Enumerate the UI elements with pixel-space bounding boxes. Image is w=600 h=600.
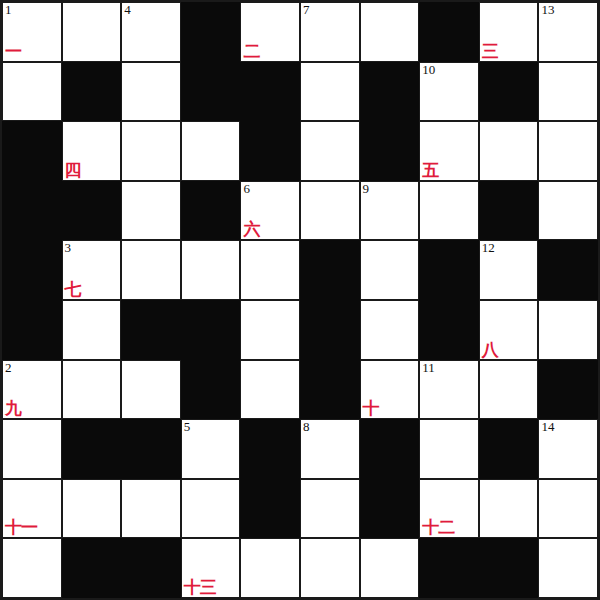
cell-r7c9[interactable]: 14 (538, 419, 598, 479)
cell-r8c8[interactable] (479, 479, 539, 539)
black-cell-r5c5 (300, 300, 360, 360)
across-clue-numeral: 九 (5, 400, 21, 417)
cell-r6c1[interactable] (62, 360, 122, 420)
down-clue-number: 14 (541, 420, 554, 434)
black-cell-r7c2 (121, 419, 181, 479)
cell-r1c5[interactable] (300, 62, 360, 122)
down-clue-number: 5 (184, 420, 191, 434)
cell-r9c6[interactable] (360, 538, 420, 598)
black-cell-r2c4 (240, 121, 300, 181)
cell-r4c3[interactable] (181, 240, 241, 300)
down-clue-number: 7 (303, 3, 310, 17)
cell-r5c6[interactable] (360, 300, 420, 360)
cell-r0c4[interactable]: 二 (240, 2, 300, 62)
down-clue-number: 11 (422, 361, 435, 375)
cell-r3c4[interactable]: 6六 (240, 181, 300, 241)
cell-r4c8[interactable]: 12 (479, 240, 539, 300)
cell-r7c0[interactable] (2, 419, 62, 479)
black-cell-r9c8 (479, 538, 539, 598)
cell-r8c3[interactable] (181, 479, 241, 539)
cell-r6c4[interactable] (240, 360, 300, 420)
down-clue-number: 2 (5, 361, 12, 375)
cell-r5c9[interactable] (538, 300, 598, 360)
cell-r6c0[interactable]: 2九 (2, 360, 62, 420)
across-clue-numeral: 三 (482, 43, 498, 60)
cell-r8c2[interactable] (121, 479, 181, 539)
cell-r7c7[interactable] (419, 419, 479, 479)
black-cell-r1c4 (240, 62, 300, 122)
black-cell-r1c8 (479, 62, 539, 122)
black-cell-r7c4 (240, 419, 300, 479)
cell-r2c3[interactable] (181, 121, 241, 181)
across-clue-numeral: 八 (482, 341, 498, 358)
down-clue-number: 8 (303, 420, 310, 434)
cell-r0c1[interactable] (62, 2, 122, 62)
black-cell-r2c0 (2, 121, 62, 181)
cell-r3c9[interactable] (538, 181, 598, 241)
black-cell-r3c3 (181, 181, 241, 241)
down-clue-number: 1 (5, 3, 12, 17)
black-cell-r5c2 (121, 300, 181, 360)
black-cell-r7c6 (360, 419, 420, 479)
cell-r4c6[interactable] (360, 240, 420, 300)
cell-r0c9[interactable]: 13 (538, 2, 598, 62)
cell-r2c9[interactable] (538, 121, 598, 181)
black-cell-r6c9 (538, 360, 598, 420)
cell-r0c6[interactable] (360, 2, 420, 62)
black-cell-r6c3 (181, 360, 241, 420)
black-cell-r3c0 (2, 181, 62, 241)
down-clue-number: 3 (65, 241, 72, 255)
black-cell-r5c3 (181, 300, 241, 360)
down-clue-number: 10 (422, 63, 435, 77)
cell-r8c0[interactable]: 十一 (2, 479, 62, 539)
cell-r3c7[interactable] (419, 181, 479, 241)
across-clue-numeral: 四 (65, 162, 81, 179)
black-cell-r1c3 (181, 62, 241, 122)
cell-r1c9[interactable] (538, 62, 598, 122)
across-clue-numeral: 五 (422, 162, 438, 179)
across-clue-numeral: 十一 (5, 519, 37, 536)
cell-r8c1[interactable] (62, 479, 122, 539)
cell-r2c1[interactable]: 四 (62, 121, 122, 181)
cell-r8c5[interactable] (300, 479, 360, 539)
across-clue-numeral: 十 (363, 400, 379, 417)
crossword-board: 1一4二7三1310四五6六93七12八2九十115814十一十二十三 (0, 0, 600, 600)
cell-r5c1[interactable] (62, 300, 122, 360)
cell-r0c8[interactable]: 三 (479, 2, 539, 62)
down-clue-number: 12 (482, 241, 495, 255)
cell-r9c9[interactable] (538, 538, 598, 598)
black-cell-r1c1 (62, 62, 122, 122)
black-cell-r0c7 (419, 2, 479, 62)
black-cell-r9c7 (419, 538, 479, 598)
cell-r8c9[interactable] (538, 479, 598, 539)
cell-r9c3[interactable]: 十三 (181, 538, 241, 598)
cell-r9c5[interactable] (300, 538, 360, 598)
black-cell-r3c1 (62, 181, 122, 241)
cell-r9c4[interactable] (240, 538, 300, 598)
cell-r2c8[interactable] (479, 121, 539, 181)
cell-r1c2[interactable] (121, 62, 181, 122)
black-cell-r4c7 (419, 240, 479, 300)
down-clue-number: 6 (243, 182, 250, 196)
cell-r0c0[interactable]: 1一 (2, 2, 62, 62)
across-clue-numeral: 二 (243, 43, 259, 60)
cell-r4c1[interactable]: 3七 (62, 240, 122, 300)
cell-r1c7[interactable]: 10 (419, 62, 479, 122)
black-cell-r4c0 (2, 240, 62, 300)
cell-r0c2[interactable]: 4 (121, 2, 181, 62)
cell-r6c6[interactable]: 十 (360, 360, 420, 420)
black-cell-r4c5 (300, 240, 360, 300)
cell-r7c3[interactable]: 5 (181, 419, 241, 479)
cell-r8c7[interactable]: 十二 (419, 479, 479, 539)
cell-r6c8[interactable] (479, 360, 539, 420)
across-clue-numeral: 一 (5, 43, 21, 60)
black-cell-r8c4 (240, 479, 300, 539)
cell-r3c5[interactable] (300, 181, 360, 241)
cell-r4c2[interactable] (121, 240, 181, 300)
down-clue-number: 13 (541, 3, 554, 17)
black-cell-r8c6 (360, 479, 420, 539)
black-cell-r6c5 (300, 360, 360, 420)
across-clue-numeral: 七 (65, 281, 81, 298)
cell-r2c5[interactable] (300, 121, 360, 181)
black-cell-r3c8 (479, 181, 539, 241)
cell-r2c2[interactable] (121, 121, 181, 181)
black-cell-r2c6 (360, 121, 420, 181)
cell-r9c0[interactable] (2, 538, 62, 598)
cell-r6c7[interactable]: 11 (419, 360, 479, 420)
black-cell-r4c9 (538, 240, 598, 300)
black-cell-r1c6 (360, 62, 420, 122)
cell-r4c4[interactable] (240, 240, 300, 300)
black-cell-r9c2 (121, 538, 181, 598)
cell-r6c2[interactable] (121, 360, 181, 420)
down-clue-number: 4 (124, 3, 131, 17)
cell-r0c5[interactable]: 7 (300, 2, 360, 62)
black-cell-r9c1 (62, 538, 122, 598)
across-clue-numeral: 十三 (184, 579, 216, 596)
cell-r1c0[interactable] (2, 62, 62, 122)
cell-r7c5[interactable]: 8 (300, 419, 360, 479)
cell-r3c6[interactable]: 9 (360, 181, 420, 241)
cell-r3c2[interactable] (121, 181, 181, 241)
black-cell-r7c1 (62, 419, 122, 479)
cell-r5c8[interactable]: 八 (479, 300, 539, 360)
cell-r5c4[interactable] (240, 300, 300, 360)
black-cell-r7c8 (479, 419, 539, 479)
black-cell-r5c7 (419, 300, 479, 360)
black-cell-r5c0 (2, 300, 62, 360)
across-clue-numeral: 十二 (422, 519, 454, 536)
down-clue-number: 9 (363, 182, 370, 196)
cell-r2c7[interactable]: 五 (419, 121, 479, 181)
black-cell-r0c3 (181, 2, 241, 62)
across-clue-numeral: 六 (243, 221, 259, 238)
